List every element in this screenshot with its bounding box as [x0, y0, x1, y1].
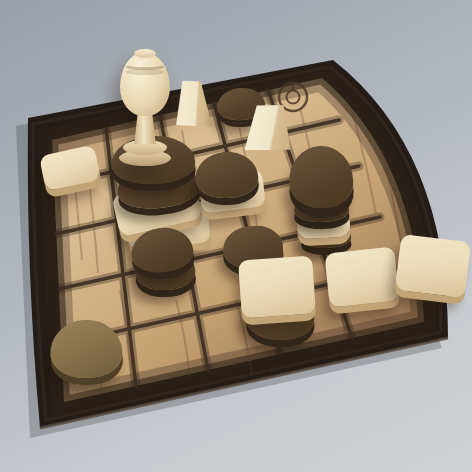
- light-flat-e2[interactable]: [395, 234, 471, 298]
- light-flat-d2[interactable]: [324, 246, 399, 307]
- capstone-bulb: [120, 52, 170, 116]
- light-cap-b4[interactable]: [118, 44, 172, 166]
- light-flat-c2[interactable]: [238, 255, 316, 318]
- photo-scene: [0, 0, 472, 472]
